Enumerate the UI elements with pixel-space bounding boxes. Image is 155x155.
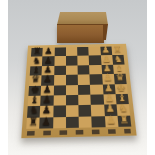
square-r4c2[interactable]: ♟ [41,75,53,85]
square-r7c8[interactable]: ♞ [116,104,130,115]
black-rook[interactable]: ♜ [33,47,42,56]
square-r3c8[interactable]: ♝ [113,64,126,74]
square-r6c7[interactable]: ♟ [103,94,116,105]
square-r2c4[interactable] [66,56,78,65]
board-grid: ♜♟♟♜♞♟♟♞♝♟♟♝♛♟♟♛♚♟♟♚♝♟♟♝♞♟♟♞♜♟♟♜ [26,46,131,129]
square-r5c4[interactable] [66,85,78,95]
white-bishop[interactable]: ♝ [114,64,124,73]
square-r2c6[interactable] [89,56,101,65]
black-pawn[interactable]: ♟ [44,56,53,65]
white-bishop[interactable]: ♝ [117,93,127,103]
black-pawn[interactable]: ♟ [42,95,52,105]
square-r6c5[interactable] [78,95,91,106]
white-pawn[interactable]: ♟ [103,64,112,73]
square-r6c3[interactable] [53,95,66,106]
square-r3c7[interactable]: ♟ [101,65,114,75]
square-r8c1[interactable]: ♜ [26,117,40,129]
black-king[interactable]: ♚ [30,85,40,95]
square-r7c3[interactable] [53,106,66,117]
square-r6c1[interactable]: ♝ [28,96,41,107]
square-r4c7[interactable]: ♟ [102,74,115,84]
board-frame: ♜♟♟♜♞♟♟♞♝♟♟♝♛♟♟♛♚♟♟♚♝♟♟♝♞♟♟♞♜♟♟♜ [21,44,136,138]
square-r3c2[interactable]: ♟ [42,66,54,76]
white-knight[interactable]: ♞ [113,54,122,63]
square-r2c5[interactable] [77,56,89,65]
square-r4c4[interactable] [66,75,78,85]
square-r1c6[interactable] [89,47,101,56]
frame-inlay-decoration [27,129,131,136]
black-rook[interactable]: ♜ [28,116,38,127]
square-r1c3[interactable] [54,47,66,56]
square-r2c8[interactable]: ♞ [112,55,125,64]
square-r1c8[interactable]: ♜ [111,46,123,55]
square-r8c3[interactable] [53,117,66,129]
square-r3c5[interactable] [78,65,90,75]
box-front-face [57,24,104,43]
white-knight[interactable]: ♞ [118,103,128,114]
square-r7c6[interactable] [91,105,104,116]
square-r6c6[interactable] [91,94,104,105]
square-r4c1[interactable]: ♛ [29,75,42,85]
white-pawn[interactable]: ♟ [106,115,116,126]
square-r1c1[interactable]: ♜ [31,48,43,57]
wooden-storage-box [57,12,108,42]
white-queen[interactable]: ♛ [115,73,125,83]
box-side-face [103,24,108,40]
square-r5c7[interactable]: ♟ [102,84,115,94]
square-r5c1[interactable]: ♚ [28,85,41,95]
square-r1c4[interactable] [66,47,78,56]
square-r8c7[interactable]: ♟ [104,116,118,128]
square-r7c2[interactable]: ♟ [40,106,53,117]
black-queen[interactable]: ♛ [31,75,40,85]
square-r8c4[interactable] [66,116,79,128]
square-r2c2[interactable]: ♟ [42,56,54,65]
square-r8c5[interactable] [79,116,92,128]
black-pawn[interactable]: ♟ [43,65,52,74]
white-pawn[interactable]: ♟ [105,104,115,115]
square-r3c3[interactable] [54,65,66,75]
white-pawn[interactable]: ♟ [102,55,111,64]
square-r5c5[interactable] [78,84,91,94]
black-pawn[interactable]: ♟ [42,105,52,116]
chess-board: ♜♟♟♜♞♟♟♞♝♟♟♝♛♟♟♛♚♟♟♚♝♟♟♝♞♟♟♞♜♟♟♜ [21,44,136,138]
square-r6c4[interactable] [66,95,79,106]
square-r3c4[interactable] [66,65,78,75]
square-r5c2[interactable]: ♟ [41,85,54,95]
photo-background: ♜♟♟♜♞♟♟♞♝♟♟♝♛♟♟♛♚♟♟♚♝♟♟♝♞♟♟♞♜♟♟♜ [8,0,147,155]
square-r4c6[interactable] [90,74,103,84]
square-r8c2[interactable]: ♟ [39,117,52,129]
square-r8c8[interactable]: ♜ [117,115,131,127]
white-pawn[interactable]: ♟ [101,46,110,55]
square-r7c4[interactable] [66,105,79,116]
white-rook[interactable]: ♜ [113,46,122,55]
white-king[interactable]: ♚ [116,83,126,93]
black-knight[interactable]: ♞ [29,105,39,116]
square-r1c2[interactable]: ♟ [43,48,55,57]
square-r5c3[interactable] [53,85,65,95]
black-bishop[interactable]: ♝ [31,65,40,74]
square-r4c8[interactable]: ♛ [114,74,127,84]
square-r8c6[interactable] [92,116,106,128]
white-pawn[interactable]: ♟ [105,93,115,103]
black-pawn[interactable]: ♟ [44,47,53,56]
square-r1c7[interactable]: ♟ [100,47,112,56]
white-pawn[interactable]: ♟ [104,83,114,93]
square-r2c1[interactable]: ♞ [30,57,42,66]
square-r3c1[interactable]: ♝ [30,66,42,76]
square-r4c5[interactable] [78,74,90,84]
square-r6c2[interactable]: ♟ [40,95,53,106]
square-r1c5[interactable] [77,47,89,56]
black-pawn[interactable]: ♟ [43,84,52,94]
square-r4c3[interactable] [54,75,66,85]
square-r2c3[interactable] [54,56,66,65]
square-r3c6[interactable] [89,65,101,75]
white-pawn[interactable]: ♟ [103,73,113,83]
square-r6c8[interactable]: ♝ [115,94,129,105]
square-r7c7[interactable]: ♟ [104,105,118,116]
square-r2c7[interactable]: ♟ [100,55,112,64]
black-pawn[interactable]: ♟ [43,74,52,84]
square-r5c8[interactable]: ♚ [114,84,127,94]
black-pawn[interactable]: ♟ [41,116,51,127]
white-rook[interactable]: ♜ [119,114,130,125]
black-bishop[interactable]: ♝ [29,95,39,105]
square-r5c6[interactable] [90,84,103,94]
square-r7c1[interactable]: ♞ [27,106,40,117]
black-knight[interactable]: ♞ [32,56,41,65]
square-r7c5[interactable] [78,105,91,116]
